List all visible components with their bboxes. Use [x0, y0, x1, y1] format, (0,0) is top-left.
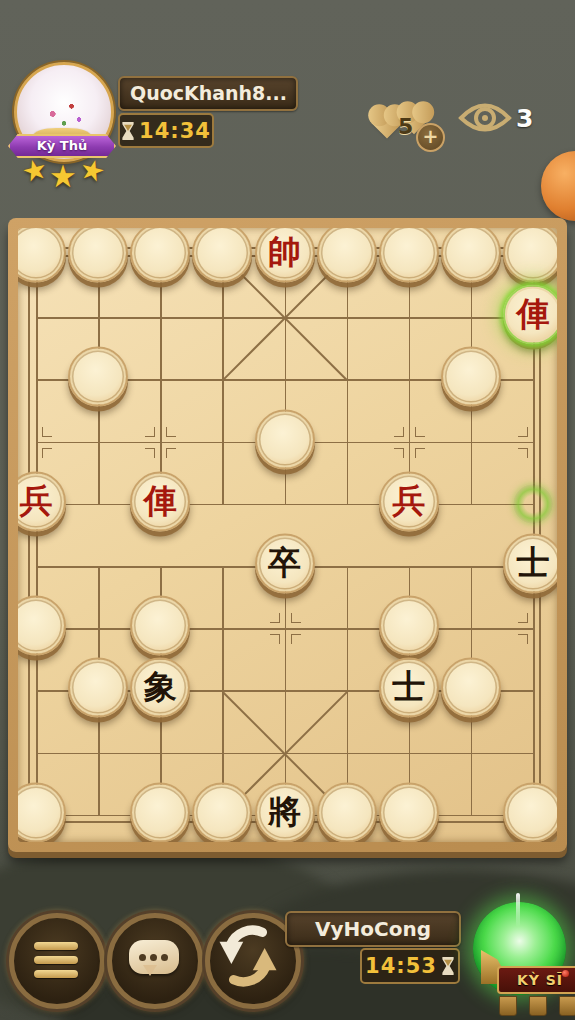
piece-red-俥[interactable]: 俥 [130, 471, 190, 531]
point-marker [518, 427, 528, 437]
board-field: 帥俥兵俥兵卒士象士將 [18, 228, 557, 842]
star-icon: ★ [49, 158, 77, 194]
point-marker [270, 634, 280, 644]
piece-red-俥[interactable]: 俥 [503, 285, 557, 345]
piece-glyph: 士 [517, 543, 550, 582]
point-marker [291, 634, 301, 644]
piece-facedown[interactable] [130, 782, 190, 842]
chat-button[interactable] [107, 913, 203, 1009]
badge-gem [562, 970, 569, 977]
piece-glyph: 俥 [144, 480, 177, 519]
piece-glyph: 兵 [20, 480, 53, 519]
top-player-timer: 14:34 [118, 113, 214, 148]
bottom-player-name: VyHoCong [285, 911, 461, 947]
point-marker [394, 448, 404, 458]
piece-black-卒[interactable]: 卒 [255, 534, 315, 594]
piece-facedown[interactable] [379, 596, 439, 656]
add-hearts-button[interactable]: + [416, 123, 445, 152]
piece-glyph: 卒 [268, 543, 301, 582]
point-marker [291, 613, 301, 623]
grid-line [409, 255, 411, 504]
sparkle-effect [516, 893, 520, 927]
piece-glyph: 士 [392, 667, 425, 706]
hourglass-icon [441, 957, 455, 975]
point-marker [166, 427, 176, 437]
star-icon: ★ [18, 151, 50, 189]
piece-glyph: 帥 [268, 232, 301, 271]
piece-black-士[interactable]: 士 [503, 534, 557, 594]
grid-line [285, 566, 287, 815]
swap-arrows-icon [210, 918, 286, 994]
point-marker [166, 448, 176, 458]
point-marker [518, 613, 528, 623]
piece-facedown[interactable] [68, 658, 128, 718]
piece-facedown[interactable] [192, 782, 252, 842]
point-marker [394, 427, 404, 437]
spectator-count: 3 [516, 104, 533, 133]
bottom-player-timer: 14:53 [360, 948, 460, 984]
grid-line [36, 255, 38, 815]
bottom-player-time: 14:53 [365, 954, 437, 978]
piece-glyph: 將 [268, 791, 301, 830]
piece-facedown[interactable] [68, 347, 128, 407]
piece-facedown[interactable] [441, 658, 501, 718]
badge-ornament [559, 996, 575, 1016]
piece-black-將[interactable]: 將 [255, 782, 315, 842]
hourglass-icon [121, 122, 135, 140]
piece-facedown[interactable] [503, 782, 557, 842]
piece-facedown[interactable] [130, 596, 190, 656]
badge-ornament [529, 996, 547, 1016]
badge-ornament [499, 996, 517, 1016]
grid-line [160, 255, 162, 504]
piece-facedown[interactable] [255, 409, 315, 469]
top-player-name: QuocKhanh8... [118, 76, 298, 111]
point-marker [145, 427, 155, 437]
eye-icon [458, 100, 512, 136]
point-marker [415, 448, 425, 458]
piece-facedown[interactable] [379, 782, 439, 842]
piece-facedown[interactable] [441, 347, 501, 407]
point-marker [145, 448, 155, 458]
piece-black-象[interactable]: 象 [130, 658, 190, 718]
point-marker [415, 427, 425, 437]
xiangqi-board[interactable]: 帥俥兵俥兵卒士象士將 [8, 218, 567, 852]
piece-glyph: 俥 [517, 294, 550, 333]
piece-glyph: 兵 [392, 480, 425, 519]
game-screen: Kỳ Thủ ★ ★ ★ QuocKhanh8... 14:34 5 + 3 帥… [0, 0, 575, 1020]
chat-bubble-icon [129, 940, 179, 974]
piece-black-士[interactable]: 士 [379, 658, 439, 718]
hearts-count: 5 [398, 114, 413, 139]
top-player-time: 14:34 [139, 119, 211, 143]
point-marker [42, 448, 52, 458]
hamburger-icon [34, 942, 78, 950]
orange-ball-decoration [541, 151, 575, 221]
star-icon: ★ [76, 151, 108, 189]
point-marker [270, 613, 280, 623]
piece-glyph: 象 [144, 667, 177, 706]
menu-button[interactable] [9, 913, 105, 1009]
piece-red-兵[interactable]: 兵 [379, 471, 439, 531]
grid-line [36, 504, 533, 506]
point-marker [518, 448, 528, 458]
last-move-origin-marker [513, 484, 553, 524]
piece-facedown[interactable] [317, 782, 377, 842]
top-player-stars: ★ ★ ★ [20, 150, 110, 186]
point-marker [518, 634, 528, 644]
point-marker [42, 427, 52, 437]
